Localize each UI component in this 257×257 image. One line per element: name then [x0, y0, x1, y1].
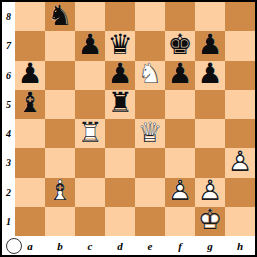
pawn-glyph: ♟: [197, 31, 222, 59]
piece-black-rook-d5[interactable]: ♖♜: [105, 90, 135, 119]
square-b8[interactable]: ♘♞: [45, 2, 75, 31]
square-a6[interactable]: ♙♟: [15, 61, 45, 90]
square-e3[interactable]: [135, 148, 165, 177]
file-label-d: d: [105, 237, 135, 255]
square-h1[interactable]: [225, 207, 255, 236]
pawn-glyph: ♟: [17, 61, 42, 89]
square-f6[interactable]: ♙♟: [165, 61, 195, 90]
file-label-f: f: [165, 237, 195, 255]
file-label-c: c: [75, 237, 105, 255]
square-f8[interactable]: [165, 2, 195, 31]
square-g8[interactable]: [195, 2, 225, 31]
rank-label-6: 6: [2, 61, 15, 90]
square-e2[interactable]: [135, 178, 165, 207]
square-g4[interactable]: [195, 119, 225, 148]
square-h3[interactable]: ♟♙: [225, 148, 255, 177]
rook-glyph: ♖: [77, 119, 102, 147]
square-b3[interactable]: [45, 148, 75, 177]
pawn-glyph: ♙: [227, 148, 252, 176]
square-h7[interactable]: [225, 31, 255, 60]
square-d3[interactable]: [105, 148, 135, 177]
square-h2[interactable]: [225, 178, 255, 207]
knight-glyph: ♘: [137, 61, 162, 89]
square-c6[interactable]: [75, 61, 105, 90]
square-d8[interactable]: [105, 2, 135, 31]
square-d6[interactable]: ♙♟: [105, 61, 135, 90]
rank-label-8: 8: [2, 2, 15, 31]
pawn-glyph: ♟: [107, 61, 132, 89]
square-d2[interactable]: [105, 178, 135, 207]
file-label-h: h: [225, 237, 255, 255]
white-to-move-indicator: [6, 238, 22, 254]
square-a1[interactable]: [15, 207, 45, 236]
square-a8[interactable]: [15, 2, 45, 31]
square-d4[interactable]: [105, 119, 135, 148]
square-b5[interactable]: [45, 90, 75, 119]
knight-glyph: ♞: [47, 2, 72, 30]
square-a3[interactable]: [15, 148, 45, 177]
square-h6[interactable]: [225, 61, 255, 90]
pawn-glyph: ♟: [77, 31, 102, 59]
pawn-glyph: ♙: [197, 178, 222, 206]
rank-label-5: 5: [2, 90, 15, 119]
square-d7[interactable]: ♕♛: [105, 31, 135, 60]
piece-white-pawn-h3[interactable]: ♟♙: [225, 148, 255, 177]
rook-glyph: ♜: [107, 90, 132, 118]
bishop-glyph: ♗: [47, 178, 72, 206]
piece-black-pawn-f6[interactable]: ♙♟: [165, 61, 195, 90]
piece-black-pawn-a6[interactable]: ♙♟: [15, 61, 45, 90]
square-c7[interactable]: ♙♟: [75, 31, 105, 60]
king-glyph: ♔: [197, 207, 222, 235]
square-b6[interactable]: [45, 61, 75, 90]
square-b7[interactable]: [45, 31, 75, 60]
piece-black-king-f7[interactable]: ♔♚: [165, 31, 195, 60]
square-g7[interactable]: ♙♟: [195, 31, 225, 60]
pawn-glyph: ♟: [197, 61, 222, 89]
square-a5[interactable]: ♗♝: [15, 90, 45, 119]
piece-white-queen-e4[interactable]: ♛♕: [135, 119, 165, 148]
file-label-g: g: [195, 237, 225, 255]
piece-white-rook-c4[interactable]: ♜♖: [75, 119, 105, 148]
rank-label-1: 1: [2, 207, 15, 236]
file-label-e: e: [135, 237, 165, 255]
square-c8[interactable]: [75, 2, 105, 31]
square-c3[interactable]: [75, 148, 105, 177]
square-e4[interactable]: ♛♕: [135, 119, 165, 148]
square-a4[interactable]: [15, 119, 45, 148]
piece-black-queen-d7[interactable]: ♕♛: [105, 31, 135, 60]
queen-glyph: ♛: [107, 31, 132, 59]
square-f4[interactable]: [165, 119, 195, 148]
pawn-glyph: ♙: [167, 178, 192, 206]
piece-white-bishop-b2[interactable]: ♝♗: [45, 178, 75, 207]
square-g5[interactable]: [195, 90, 225, 119]
rank-labels: 87654321: [2, 2, 15, 236]
rank-label-2: 2: [2, 178, 15, 207]
piece-black-pawn-g7[interactable]: ♙♟: [195, 31, 225, 60]
piece-white-knight-e6[interactable]: ♞♘: [135, 61, 165, 90]
square-c1[interactable]: [75, 207, 105, 236]
piece-black-pawn-d6[interactable]: ♙♟: [105, 61, 135, 90]
piece-black-knight-b8[interactable]: ♘♞: [45, 2, 75, 31]
square-f7[interactable]: ♔♚: [165, 31, 195, 60]
piece-white-king-g1[interactable]: ♚♔: [195, 207, 225, 236]
file-label-b: b: [45, 237, 75, 255]
square-f5[interactable]: [165, 90, 195, 119]
square-a7[interactable]: [15, 31, 45, 60]
square-g6[interactable]: ♙♟: [195, 61, 225, 90]
square-e7[interactable]: [135, 31, 165, 60]
board[interactable]: ♘♞♙♟♕♛♔♚♙♟♙♟♙♟♞♘♙♟♙♟♗♝♖♜♜♖♛♕♟♙♝♗♟♙♟♙♚♔: [15, 2, 255, 236]
square-c5[interactable]: [75, 90, 105, 119]
square-f3[interactable]: [165, 148, 195, 177]
square-h5[interactable]: [225, 90, 255, 119]
square-c2[interactable]: [75, 178, 105, 207]
square-g2[interactable]: ♟♙: [195, 178, 225, 207]
square-a2[interactable]: [15, 178, 45, 207]
piece-white-pawn-f2[interactable]: ♟♙: [165, 178, 195, 207]
square-b1[interactable]: [45, 207, 75, 236]
square-d5[interactable]: ♖♜: [105, 90, 135, 119]
piece-white-pawn-g2[interactable]: ♟♙: [195, 178, 225, 207]
square-b2[interactable]: ♝♗: [45, 178, 75, 207]
queen-glyph: ♕: [137, 119, 162, 147]
square-e6[interactable]: ♞♘: [135, 61, 165, 90]
piece-black-bishop-a5[interactable]: ♗♝: [15, 90, 45, 119]
rank-label-3: 3: [2, 148, 15, 177]
bishop-glyph: ♝: [17, 90, 42, 118]
square-e5[interactable]: [135, 90, 165, 119]
square-b4[interactable]: [45, 119, 75, 148]
square-h4[interactable]: [225, 119, 255, 148]
square-g1[interactable]: ♚♔: [195, 207, 225, 236]
square-e1[interactable]: [135, 207, 165, 236]
chess-diagram-frame: 87654321 ♘♞♙♟♕♛♔♚♙♟♙♟♙♟♞♘♙♟♙♟♗♝♖♜♜♖♛♕♟♙♝…: [0, 0, 257, 257]
square-f1[interactable]: [165, 207, 195, 236]
rank-label-4: 4: [2, 119, 15, 148]
square-f2[interactable]: ♟♙: [165, 178, 195, 207]
king-glyph: ♚: [167, 31, 192, 59]
file-labels: abcdefgh: [15, 237, 255, 255]
square-h8[interactable]: [225, 2, 255, 31]
pawn-glyph: ♟: [167, 61, 192, 89]
piece-black-pawn-g6[interactable]: ♙♟: [195, 61, 225, 90]
square-c4[interactable]: ♜♖: [75, 119, 105, 148]
rank-label-7: 7: [2, 31, 15, 60]
square-g3[interactable]: [195, 148, 225, 177]
square-d1[interactable]: [105, 207, 135, 236]
piece-black-pawn-c7[interactable]: ♙♟: [75, 31, 105, 60]
square-e8[interactable]: [135, 2, 165, 31]
